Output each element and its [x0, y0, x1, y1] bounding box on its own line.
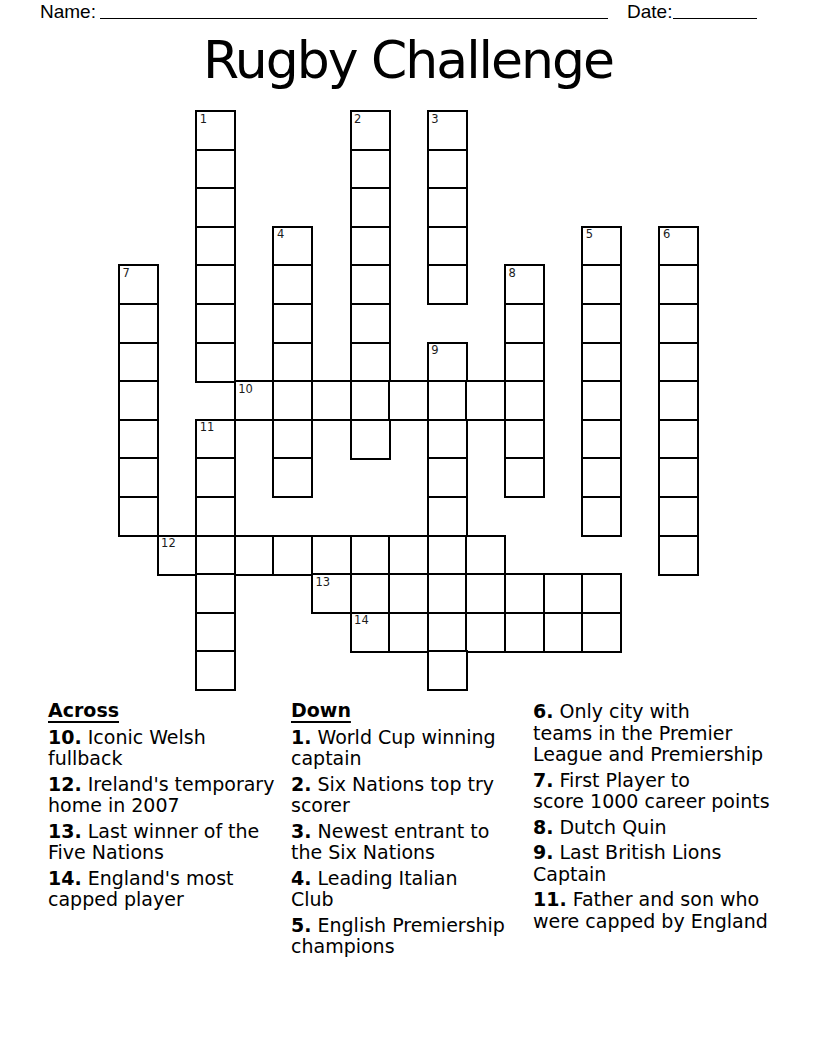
grid-cell-r9c12[interactable] — [581, 457, 622, 498]
cell-number-4: 4 — [277, 228, 284, 240]
grid-cell-r7c5[interactable] — [311, 380, 352, 421]
clues-column-across: Across10. Iconic Welshfullback12. Irelan… — [48, 700, 274, 915]
grid-cell-r3c12[interactable]: 5 — [581, 226, 622, 267]
grid-cell-r9c14[interactable] — [658, 457, 699, 498]
cell-number-6: 6 — [663, 228, 670, 240]
grid-cell-r13c2[interactable] — [195, 612, 236, 653]
grid-cell-r11c5[interactable] — [311, 535, 352, 576]
grid-cell-r13c12[interactable] — [581, 612, 622, 653]
clue-6-line-1: 6. Only city with — [533, 701, 770, 723]
clue-9-line-1: 9. Last British Lions — [533, 842, 770, 864]
grid-cell-r13c8[interactable] — [427, 612, 468, 653]
grid-cell-r2c8[interactable] — [427, 187, 468, 228]
grid-cell-r8c10[interactable] — [504, 419, 545, 460]
grid-cell-r11c2[interactable] — [195, 535, 236, 576]
clue-8-line-1: 8. Dutch Quin — [533, 817, 770, 839]
date-label: Date: — [627, 1, 672, 23]
cell-number-13: 13 — [316, 576, 331, 588]
grid-cell-r8c8[interactable] — [427, 419, 468, 460]
grid-cell-r6c4[interactable] — [272, 342, 313, 383]
worksheet-page: Name: Date: Rugby Challenge 123456789101… — [0, 0, 816, 1056]
clues-header-down: Down — [291, 700, 505, 722]
grid-cell-r0c6[interactable]: 2 — [350, 110, 391, 151]
clue-9-line-2: Captain — [533, 864, 770, 886]
grid-cell-r13c11[interactable] — [543, 612, 584, 653]
grid-cell-r12c10[interactable] — [504, 573, 545, 614]
cell-number-8: 8 — [509, 267, 516, 279]
grid-cell-r8c2[interactable]: 11 — [195, 419, 236, 460]
clue-10-line-2: fullback — [48, 748, 274, 770]
clue-3-line-2: the Six Nations — [291, 842, 505, 864]
grid-cell-r7c7[interactable] — [388, 380, 429, 421]
clue-12-line-2: home in 2007 — [48, 795, 274, 817]
grid-cell-r6c6[interactable] — [350, 342, 391, 383]
clue-12: 12. Ireland's temporaryhome in 2007 — [48, 774, 274, 817]
cell-number-12: 12 — [161, 537, 176, 549]
clue-1-line-1: 1. World Cup winning — [291, 727, 505, 749]
grid-cell-r7c12[interactable] — [581, 380, 622, 421]
grid-cell-r12c5[interactable]: 13 — [311, 573, 352, 614]
grid-cell-r3c2[interactable] — [195, 226, 236, 267]
grid-cell-r12c9[interactable] — [465, 573, 506, 614]
cell-number-2: 2 — [354, 113, 361, 125]
grid-cell-r10c8[interactable] — [427, 496, 468, 537]
grid-cell-r9c4[interactable] — [272, 457, 313, 498]
clue-11-line-1: 11. Father and son who — [533, 889, 770, 911]
grid-cell-r7c3[interactable]: 10 — [234, 380, 275, 421]
grid-cell-r2c2[interactable] — [195, 187, 236, 228]
grid-cell-r9c0[interactable] — [118, 457, 159, 498]
cell-number-1: 1 — [200, 113, 207, 125]
grid-cell-r7c6[interactable] — [350, 380, 391, 421]
clue-3-line-1: 3. Newest entrant to — [291, 821, 505, 843]
grid-cell-r5c12[interactable] — [581, 303, 622, 344]
grid-cell-r1c2[interactable] — [195, 149, 236, 190]
grid-cell-r12c2[interactable] — [195, 573, 236, 614]
grid-cell-r14c2[interactable] — [195, 650, 236, 691]
grid-cell-r11c7[interactable] — [388, 535, 429, 576]
clue-14: 14. England's mostcapped player — [48, 868, 274, 911]
grid-cell-r3c14[interactable]: 6 — [658, 226, 699, 267]
cell-number-11: 11 — [200, 421, 215, 433]
grid-cell-r1c6[interactable] — [350, 149, 391, 190]
grid-cell-r5c6[interactable] — [350, 303, 391, 344]
grid-cell-r9c8[interactable] — [427, 457, 468, 498]
clue-10: 10. Iconic Welshfullback — [48, 727, 274, 770]
grid-cell-r7c14[interactable] — [658, 380, 699, 421]
clues-column-down-continued: 6. Only city withteams in the PremierLea… — [533, 701, 770, 936]
grid-cell-r13c9[interactable] — [465, 612, 506, 653]
grid-cell-r9c2[interactable] — [195, 457, 236, 498]
grid-cell-r3c4[interactable]: 4 — [272, 226, 313, 267]
grid-cell-r11c3[interactable] — [234, 535, 275, 576]
grid-cell-r14c8[interactable] — [427, 650, 468, 691]
grid-cell-r12c6[interactable] — [350, 573, 391, 614]
grid-cell-r5c10[interactable] — [504, 303, 545, 344]
clue-6-line-2: teams in the Premier — [533, 723, 770, 745]
clue-3: 3. Newest entrant tothe Six Nations — [291, 821, 505, 864]
clue-1: 1. World Cup winningcaptain — [291, 727, 505, 770]
grid-cell-r10c2[interactable] — [195, 496, 236, 537]
grid-cell-r4c4[interactable] — [272, 264, 313, 305]
clue-4-line-2: Club — [291, 889, 505, 911]
grid-cell-r3c8[interactable] — [427, 226, 468, 267]
page-title: Rugby Challenge — [0, 30, 816, 90]
grid-cell-r7c8[interactable] — [427, 380, 468, 421]
grid-cell-r10c0[interactable] — [118, 496, 159, 537]
grid-cell-r11c1[interactable]: 12 — [157, 535, 198, 576]
clue-11: 11. Father and son whowere capped by Eng… — [533, 889, 770, 932]
clue-5: 5. English Premiershipchampions — [291, 915, 505, 958]
grid-cell-r7c9[interactable] — [465, 380, 506, 421]
grid-cell-r7c10[interactable] — [504, 380, 545, 421]
grid-cell-r6c8[interactable]: 9 — [427, 342, 468, 383]
clue-13: 13. Last winner of theFive Nations — [48, 821, 274, 864]
clue-6: 6. Only city withteams in the PremierLea… — [533, 701, 770, 766]
grid-cell-r7c0[interactable] — [118, 380, 159, 421]
cell-number-3: 3 — [431, 113, 438, 125]
grid-cell-r10c12[interactable] — [581, 496, 622, 537]
clues-header-across: Across — [48, 700, 274, 722]
grid-cell-r1c8[interactable] — [427, 149, 468, 190]
grid-cell-r8c0[interactable] — [118, 419, 159, 460]
grid-cell-r6c12[interactable] — [581, 342, 622, 383]
cell-number-7: 7 — [123, 267, 130, 279]
name-input-line[interactable] — [100, 2, 608, 19]
clue-1-line-2: captain — [291, 748, 505, 770]
clue-5-line-1: 5. English Premiership — [291, 915, 505, 937]
clues-column-down: Down1. World Cup winningcaptain2. Six Na… — [291, 700, 505, 962]
grid-cell-r6c10[interactable] — [504, 342, 545, 383]
grid-cell-r4c12[interactable] — [581, 264, 622, 305]
grid-cell-r8c14[interactable] — [658, 419, 699, 460]
grid-cell-r12c8[interactable] — [427, 573, 468, 614]
clue-13-line-1: 13. Last winner of the — [48, 821, 274, 843]
clue-12-line-1: 12. Ireland's temporary — [48, 774, 274, 796]
grid-cell-r12c11[interactable] — [543, 573, 584, 614]
clue-6-line-3: League and Premiership — [533, 744, 770, 766]
clue-5-line-2: champions — [291, 936, 505, 958]
grid-cell-r12c12[interactable] — [581, 573, 622, 614]
grid-cell-r12c7[interactable] — [388, 573, 429, 614]
clue-2-line-1: 2. Six Nations top try — [291, 774, 505, 796]
clue-14-line-1: 14. England's most — [48, 868, 274, 890]
clue-2: 2. Six Nations top tryscorer — [291, 774, 505, 817]
grid-cell-r5c14[interactable] — [658, 303, 699, 344]
clue-14-line-2: capped player — [48, 889, 274, 911]
name-label: Name: — [40, 1, 96, 23]
grid-cell-r4c2[interactable] — [195, 264, 236, 305]
grid-cell-r8c6[interactable] — [350, 419, 391, 460]
grid-cell-r8c4[interactable] — [272, 419, 313, 460]
cell-number-10: 10 — [238, 383, 253, 395]
grid-cell-r5c4[interactable] — [272, 303, 313, 344]
grid-cell-r0c2[interactable]: 1 — [195, 110, 236, 151]
grid-cell-r4c6[interactable] — [350, 264, 391, 305]
cell-number-14: 14 — [354, 614, 369, 626]
grid-cell-r6c0[interactable] — [118, 342, 159, 383]
clue-4-line-1: 4. Leading Italian — [291, 868, 505, 890]
grid-cell-r3c6[interactable] — [350, 226, 391, 267]
cell-number-5: 5 — [586, 228, 593, 240]
grid-cell-r4c0[interactable]: 7 — [118, 264, 159, 305]
clue-7-line-1: 7. First Player to — [533, 770, 770, 792]
grid-cell-r4c10[interactable]: 8 — [504, 264, 545, 305]
clue-4: 4. Leading ItalianClub — [291, 868, 505, 911]
date-input-line[interactable] — [673, 2, 757, 19]
grid-cell-r13c6[interactable]: 14 — [350, 612, 391, 653]
grid-cell-r11c4[interactable] — [272, 535, 313, 576]
grid-cell-r11c6[interactable] — [350, 535, 391, 576]
grid-cell-r4c14[interactable] — [658, 264, 699, 305]
grid-cell-r5c2[interactable] — [195, 303, 236, 344]
grid-cell-r11c8[interactable] — [427, 535, 468, 576]
clue-8: 8. Dutch Quin — [533, 817, 770, 839]
clue-2-line-2: scorer — [291, 795, 505, 817]
grid-cell-r9c10[interactable] — [504, 457, 545, 498]
grid-cell-r13c7[interactable] — [388, 612, 429, 653]
clue-7: 7. First Player toscore 1000 career poin… — [533, 770, 770, 813]
grid-cell-r4c8[interactable] — [427, 264, 468, 305]
grid-cell-r10c14[interactable] — [658, 496, 699, 537]
grid-cell-r7c4[interactable] — [272, 380, 313, 421]
grid-cell-r0c8[interactable]: 3 — [427, 110, 468, 151]
cell-number-9: 9 — [431, 344, 438, 356]
clue-7-line-2: score 1000 career points — [533, 791, 770, 813]
grid-cell-r6c14[interactable] — [658, 342, 699, 383]
clue-9: 9. Last British LionsCaptain — [533, 842, 770, 885]
grid-cell-r8c12[interactable] — [581, 419, 622, 460]
grid-cell-r5c0[interactable] — [118, 303, 159, 344]
clue-11-line-2: were capped by England — [533, 911, 770, 933]
crossword-grid: 1234567891011121314 — [118, 110, 698, 690]
grid-cell-r6c2[interactable] — [195, 342, 236, 383]
grid-cell-r11c9[interactable] — [465, 535, 506, 576]
grid-cell-r13c10[interactable] — [504, 612, 545, 653]
clue-10-line-1: 10. Iconic Welsh — [48, 727, 274, 749]
clue-13-line-2: Five Nations — [48, 842, 274, 864]
grid-cell-r11c14[interactable] — [658, 535, 699, 576]
grid-cell-r2c6[interactable] — [350, 187, 391, 228]
